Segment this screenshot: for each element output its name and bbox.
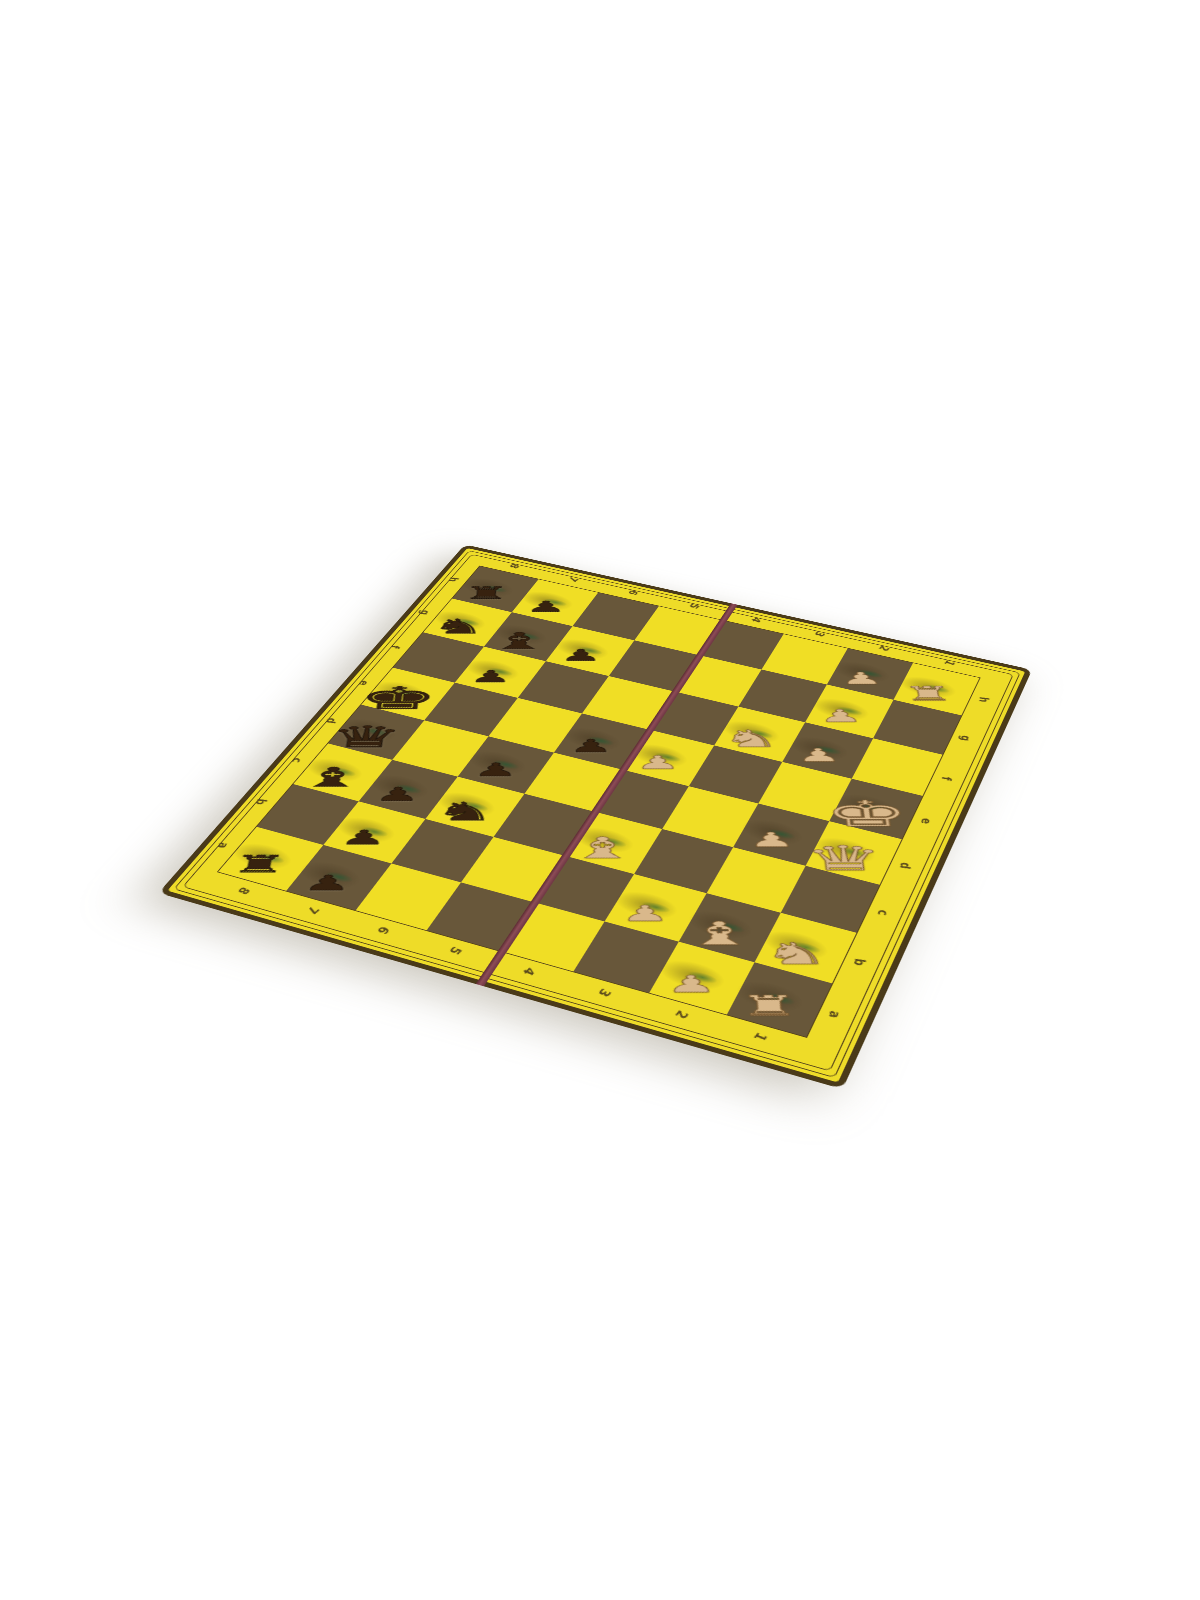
rank-label-front-7: 7 xyxy=(301,903,325,919)
file-label-right-h: h xyxy=(976,694,993,705)
piece-black-bishop-g7: ♝ xyxy=(485,629,554,652)
rank-label-front-5: 5 xyxy=(443,942,468,958)
file-label-right-g: g xyxy=(958,733,975,744)
rank-label-back-1: 1 xyxy=(940,657,960,669)
rank-label-front-3: 3 xyxy=(592,984,617,1001)
piece-black-knight-c6: ♞ xyxy=(426,798,503,826)
piece-white-pawn-f2: ♟ xyxy=(781,742,856,768)
rank-label-front-8: 8 xyxy=(232,883,256,898)
chess-board: ♜♟♟♜♞♝♟♟♟♞♟♚♟♟♚♛♟♟♛♝♟♞♝♟♟♝♞♜♟♟♜ 87654321… xyxy=(158,544,1032,1089)
piece-black-pawn-d6: ♟ xyxy=(458,756,533,783)
piece-white-queen-d1: ♛ xyxy=(804,843,885,873)
rank-label-front-4: 4 xyxy=(517,963,542,980)
piece-black-queen-d8: ♛ xyxy=(328,724,403,750)
rank-label-back-2: 2 xyxy=(874,643,894,655)
file-label-right-f: f xyxy=(938,773,956,785)
piece-black-pawn-h7: ♟ xyxy=(513,596,580,618)
piece-black-bishop-c8: ♝ xyxy=(293,764,371,791)
piece-black-rook-a8: ♜ xyxy=(218,849,301,879)
file-label-right-e: e xyxy=(918,815,936,827)
photo-page: ♜♟♟♜♞♝♟♟♟♞♟♚♟♟♚♛♟♟♛♝♟♞♝♟♟♝♞♜♟♟♜ 87654321… xyxy=(0,0,1200,1600)
file-label-left-f: f xyxy=(387,642,405,652)
rank-label-front-1: 1 xyxy=(748,1028,773,1046)
rank-label-back-6: 6 xyxy=(623,587,643,598)
piece-white-bishop-b2: ♝ xyxy=(679,917,761,949)
piece-white-pawn-g2: ♟ xyxy=(804,703,878,728)
rank-label-front-6: 6 xyxy=(371,922,396,938)
piece-black-pawn-c7: ♟ xyxy=(359,780,436,808)
file-label-right-b: b xyxy=(850,955,870,969)
rank-label-back-7: 7 xyxy=(564,574,584,585)
piece-white-pawn-h2: ♟ xyxy=(826,666,899,690)
rank-label-front-2: 2 xyxy=(669,1006,694,1024)
piece-white-rook-h1: ♜ xyxy=(891,681,965,706)
piece-white-rook-a1: ♜ xyxy=(727,988,813,1023)
rank-label-back-3: 3 xyxy=(810,628,830,639)
piece-white-pawn-a2: ♟ xyxy=(650,967,734,1001)
piece-black-pawn-g6: ♟ xyxy=(547,643,615,666)
piece-black-king-e8: ♚ xyxy=(361,686,434,711)
board-scene: ♜♟♟♜♞♝♟♟♟♞♟♚♟♟♚♛♟♟♛♝♟♞♝♟♟♝♞♜♟♟♜ 87654321… xyxy=(0,0,1200,1600)
piece-white-pawn-d2: ♟ xyxy=(733,825,811,854)
file-label-right-d: d xyxy=(897,859,916,872)
piece-white-knight-f3: ♞ xyxy=(714,726,788,752)
file-label-right-a: a xyxy=(825,1007,846,1022)
piece-black-knight-g8: ♞ xyxy=(424,615,493,638)
piece-black-pawn-b7: ♟ xyxy=(323,823,403,852)
piece-white-knight-b1: ♞ xyxy=(754,937,838,970)
file-label-left-b: b xyxy=(251,796,272,808)
piece-black-pawn-e5: ♟ xyxy=(555,733,627,759)
piece-black-pawn-a7: ♟ xyxy=(286,868,369,899)
rank-label-back-4: 4 xyxy=(747,614,767,625)
piece-black-rook-h8: ♜ xyxy=(453,582,520,604)
piece-black-pawn-f7: ♟ xyxy=(455,664,526,688)
file-label-right-c: c xyxy=(874,906,893,920)
piece-white-pawn-b3: ♟ xyxy=(606,897,686,929)
rank-label-back-5: 5 xyxy=(684,601,704,612)
piece-white-king-e1: ♚ xyxy=(828,800,907,828)
rank-label-back-8: 8 xyxy=(505,561,525,571)
